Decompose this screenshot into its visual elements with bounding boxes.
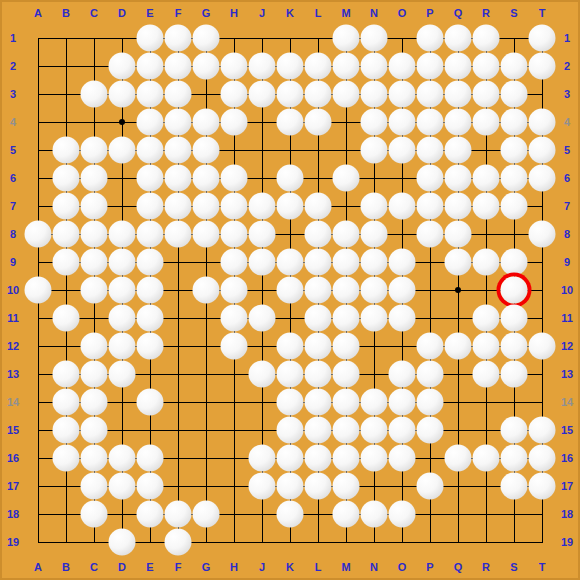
white-stone-B6[interactable] [53,165,80,192]
white-stone-L14[interactable] [305,389,332,416]
white-stone-M9[interactable] [333,249,360,276]
white-stone-O15[interactable] [389,417,416,444]
row-label-left-7: 7 [0,199,26,213]
col-label-bottom-P: P [417,560,443,574]
col-label-top-H: H [221,6,247,20]
row-label-right-13: 13 [554,367,580,381]
white-stone-K16[interactable] [277,445,304,472]
row-label-right-15: 15 [554,423,580,437]
white-stone-B9[interactable] [53,249,80,276]
row-label-right-19: 19 [554,535,580,549]
row-label-right-9: 9 [554,255,580,269]
white-stone-S5[interactable] [501,137,528,164]
white-stone-T12[interactable] [529,333,556,360]
white-stone-Q9[interactable] [445,249,472,276]
white-stone-S16[interactable] [501,445,528,472]
white-stone-E12[interactable] [137,333,164,360]
white-stone-J13[interactable] [249,361,276,388]
white-stone-C17[interactable] [81,473,108,500]
col-label-bottom-R: R [473,560,499,574]
white-stone-L10[interactable] [305,277,332,304]
white-stone-C9[interactable] [81,249,108,276]
white-stone-C14[interactable] [81,389,108,416]
white-stone-P8[interactable] [417,221,444,248]
white-stone-N14[interactable] [361,389,388,416]
go-board[interactable]: AABBCCDDEEFFGGHHJJKKLLMMNNOOPPQQRRSSTT11… [0,0,580,580]
white-stone-N10[interactable] [361,277,388,304]
white-stone-M2[interactable] [333,53,360,80]
white-stone-O5[interactable] [389,137,416,164]
col-label-top-A: A [25,6,51,20]
white-stone-M18[interactable] [333,501,360,528]
white-stone-H10[interactable] [221,277,248,304]
white-stone-G6[interactable] [193,165,220,192]
col-label-top-P: P [417,6,443,20]
white-stone-N5[interactable] [361,137,388,164]
white-stone-K15[interactable] [277,417,304,444]
white-stone-C3[interactable] [81,81,108,108]
white-stone-H6[interactable] [221,165,248,192]
white-stone-F18[interactable] [165,501,192,528]
white-stone-H12[interactable] [221,333,248,360]
white-stone-N1[interactable] [361,25,388,52]
white-stone-E10[interactable] [137,277,164,304]
row-label-left-6: 6 [0,171,26,185]
white-stone-K13[interactable] [277,361,304,388]
white-stone-L12[interactable] [305,333,332,360]
row-label-left-19: 19 [0,535,26,549]
white-stone-L7[interactable] [305,193,332,220]
white-stone-H9[interactable] [221,249,248,276]
row-label-left-13: 13 [0,367,26,381]
white-stone-E6[interactable] [137,165,164,192]
white-stone-C7[interactable] [81,193,108,220]
col-label-top-C: C [81,6,107,20]
white-stone-M8[interactable] [333,221,360,248]
white-stone-P2[interactable] [417,53,444,80]
white-stone-H8[interactable] [221,221,248,248]
white-stone-A8[interactable] [25,221,52,248]
row-label-right-14: 14 [554,395,580,409]
white-stone-M16[interactable] [333,445,360,472]
white-stone-H3[interactable] [221,81,248,108]
white-stone-K10[interactable] [277,277,304,304]
white-stone-G7[interactable] [193,193,220,220]
white-stone-L4[interactable] [305,109,332,136]
white-stone-B7[interactable] [53,193,80,220]
row-label-right-7: 7 [554,199,580,213]
white-stone-G10[interactable] [193,277,220,304]
white-stone-K6[interactable] [277,165,304,192]
row-label-right-8: 8 [554,227,580,241]
white-stone-N11[interactable] [361,305,388,332]
white-stone-L13[interactable] [305,361,332,388]
white-stone-E14[interactable] [137,389,164,416]
white-stone-M14[interactable] [333,389,360,416]
white-stone-R4[interactable] [473,109,500,136]
white-stone-K18[interactable] [277,501,304,528]
row-label-left-16: 16 [0,451,26,465]
white-stone-N3[interactable] [361,81,388,108]
white-stone-L11[interactable] [305,305,332,332]
row-label-right-1: 1 [554,31,580,45]
col-label-bottom-Q: Q [445,560,471,574]
white-stone-O13[interactable] [389,361,416,388]
white-stone-G18[interactable] [193,501,220,528]
col-label-top-M: M [333,6,359,20]
white-stone-Q12[interactable] [445,333,472,360]
white-stone-Q3[interactable] [445,81,472,108]
white-stone-R3[interactable] [473,81,500,108]
white-stone-R7[interactable] [473,193,500,220]
white-stone-F19[interactable] [165,529,192,556]
white-stone-S17[interactable] [501,473,528,500]
white-stone-B14[interactable] [53,389,80,416]
row-label-right-10: 10 [554,283,580,297]
row-label-left-3: 3 [0,87,26,101]
row-label-right-5: 5 [554,143,580,157]
white-stone-F5[interactable] [165,137,192,164]
white-stone-T6[interactable] [529,165,556,192]
white-stone-D11[interactable] [109,305,136,332]
white-stone-N16[interactable] [361,445,388,472]
col-label-top-L: L [305,6,331,20]
white-stone-Q4[interactable] [445,109,472,136]
star-point-Q10 [455,287,461,293]
white-stone-F6[interactable] [165,165,192,192]
row-label-left-11: 11 [0,311,26,325]
white-stone-M12[interactable] [333,333,360,360]
row-label-left-4: 4 [0,115,26,129]
col-label-bottom-A: A [25,560,51,574]
white-stone-J2[interactable] [249,53,276,80]
white-stone-D10[interactable] [109,277,136,304]
row-label-right-16: 16 [554,451,580,465]
col-label-bottom-T: T [529,560,555,574]
col-label-bottom-K: K [277,560,303,574]
white-stone-B5[interactable] [53,137,80,164]
col-label-bottom-B: B [53,560,79,574]
row-label-left-15: 15 [0,423,26,437]
white-stone-N7[interactable] [361,193,388,220]
white-stone-J3[interactable] [249,81,276,108]
white-stone-J11[interactable] [249,305,276,332]
white-stone-Q6[interactable] [445,165,472,192]
white-stone-K4[interactable] [277,109,304,136]
row-label-right-11: 11 [554,311,580,325]
white-stone-O7[interactable] [389,193,416,220]
row-label-left-5: 5 [0,143,26,157]
white-stone-O16[interactable] [389,445,416,472]
white-stone-K14[interactable] [277,389,304,416]
white-stone-P5[interactable] [417,137,444,164]
white-stone-N18[interactable] [361,501,388,528]
col-label-bottom-M: M [333,560,359,574]
white-stone-L8[interactable] [305,221,332,248]
col-label-top-O: O [389,6,415,20]
white-stone-C16[interactable] [81,445,108,472]
white-stone-E11[interactable] [137,305,164,332]
col-label-top-T: T [529,6,555,20]
white-stone-J8[interactable] [249,221,276,248]
white-stone-D13[interactable] [109,361,136,388]
col-label-bottom-L: L [305,560,331,574]
white-stone-H7[interactable] [221,193,248,220]
col-label-top-N: N [361,6,387,20]
white-stone-M3[interactable] [333,81,360,108]
white-stone-F1[interactable] [165,25,192,52]
white-stone-M6[interactable] [333,165,360,192]
white-stone-Q8[interactable] [445,221,472,248]
white-stone-F3[interactable] [165,81,192,108]
white-stone-G8[interactable] [193,221,220,248]
white-stone-S10-last-move[interactable] [501,277,528,304]
white-stone-S7[interactable] [501,193,528,220]
col-label-bottom-H: H [221,560,247,574]
white-stone-B13[interactable] [53,361,80,388]
row-label-left-10: 10 [0,283,26,297]
white-stone-S11[interactable] [501,305,528,332]
white-stone-B11[interactable] [53,305,80,332]
white-stone-F8[interactable] [165,221,192,248]
white-stone-G4[interactable] [193,109,220,136]
col-label-top-B: B [53,6,79,20]
white-stone-D8[interactable] [109,221,136,248]
white-stone-P15[interactable] [417,417,444,444]
white-stone-D16[interactable] [109,445,136,472]
white-stone-R12[interactable] [473,333,500,360]
white-stone-E5[interactable] [137,137,164,164]
white-stone-R1[interactable] [473,25,500,52]
row-label-left-8: 8 [0,227,26,241]
white-stone-J7[interactable] [249,193,276,220]
white-stone-H11[interactable] [221,305,248,332]
row-label-left-14: 14 [0,395,26,409]
white-stone-L2[interactable] [305,53,332,80]
col-label-bottom-C: C [81,560,107,574]
col-label-bottom-J: J [249,560,275,574]
white-stone-B15[interactable] [53,417,80,444]
white-stone-P17[interactable] [417,473,444,500]
white-stone-S15[interactable] [501,417,528,444]
white-stone-T8[interactable] [529,221,556,248]
row-label-left-18: 18 [0,507,26,521]
row-label-right-17: 17 [554,479,580,493]
white-stone-O4[interactable] [389,109,416,136]
white-stone-F4[interactable] [165,109,192,136]
white-stone-L15[interactable] [305,417,332,444]
white-stone-R13[interactable] [473,361,500,388]
white-stone-D3[interactable] [109,81,136,108]
white-stone-C6[interactable] [81,165,108,192]
white-stone-E16[interactable] [137,445,164,472]
white-stone-C15[interactable] [81,417,108,444]
white-stone-O11[interactable] [389,305,416,332]
white-stone-D19[interactable] [109,529,136,556]
col-label-top-E: E [137,6,163,20]
white-stone-P7[interactable] [417,193,444,220]
col-label-bottom-E: E [137,560,163,574]
white-stone-Q5[interactable] [445,137,472,164]
white-stone-C5[interactable] [81,137,108,164]
white-stone-E2[interactable] [137,53,164,80]
white-stone-N4[interactable] [361,109,388,136]
white-stone-C10[interactable] [81,277,108,304]
white-stone-M10[interactable] [333,277,360,304]
star-point-D4 [119,119,125,125]
row-label-right-4: 4 [554,115,580,129]
white-stone-P4[interactable] [417,109,444,136]
white-stone-H4[interactable] [221,109,248,136]
col-label-top-F: F [165,6,191,20]
white-stone-C8[interactable] [81,221,108,248]
white-stone-L9[interactable] [305,249,332,276]
white-stone-L3[interactable] [305,81,332,108]
white-stone-J9[interactable] [249,249,276,276]
white-stone-T1[interactable] [529,25,556,52]
white-stone-C13[interactable] [81,361,108,388]
white-stone-T4[interactable] [529,109,556,136]
col-label-bottom-F: F [165,560,191,574]
white-stone-M11[interactable] [333,305,360,332]
white-stone-M13[interactable] [333,361,360,388]
white-stone-O3[interactable] [389,81,416,108]
white-stone-E8[interactable] [137,221,164,248]
white-stone-E1[interactable] [137,25,164,52]
white-stone-E4[interactable] [137,109,164,136]
white-stone-D9[interactable] [109,249,136,276]
white-stone-K9[interactable] [277,249,304,276]
white-stone-O10[interactable] [389,277,416,304]
white-stone-B16[interactable] [53,445,80,472]
row-label-right-18: 18 [554,507,580,521]
white-stone-F7[interactable] [165,193,192,220]
white-stone-N9[interactable] [361,249,388,276]
col-label-top-G: G [193,6,219,20]
white-stone-R9[interactable] [473,249,500,276]
row-label-left-17: 17 [0,479,26,493]
col-label-top-J: J [249,6,275,20]
white-stone-K12[interactable] [277,333,304,360]
white-stone-S3[interactable] [501,81,528,108]
white-stone-P3[interactable] [417,81,444,108]
white-stone-P1[interactable] [417,25,444,52]
col-label-bottom-O: O [389,560,415,574]
col-label-top-S: S [501,6,527,20]
white-stone-O2[interactable] [389,53,416,80]
white-stone-T15[interactable] [529,417,556,444]
white-stone-K17[interactable] [277,473,304,500]
col-label-top-K: K [277,6,303,20]
white-stone-E18[interactable] [137,501,164,528]
col-label-top-R: R [473,6,499,20]
white-stone-C12[interactable] [81,333,108,360]
col-label-bottom-D: D [109,560,135,574]
white-stone-E9[interactable] [137,249,164,276]
white-stone-D12[interactable] [109,333,136,360]
col-label-bottom-N: N [361,560,387,574]
row-label-left-2: 2 [0,59,26,73]
col-label-bottom-G: G [193,560,219,574]
white-stone-Q7[interactable] [445,193,472,220]
white-stone-P14[interactable] [417,389,444,416]
white-stone-L16[interactable] [305,445,332,472]
white-stone-G1[interactable] [193,25,220,52]
col-label-top-Q: Q [445,6,471,20]
white-stone-R16[interactable] [473,445,500,472]
white-stone-J17[interactable] [249,473,276,500]
white-stone-R11[interactable] [473,305,500,332]
white-stone-J16[interactable] [249,445,276,472]
white-stone-T2[interactable] [529,53,556,80]
white-stone-K7[interactable] [277,193,304,220]
white-stone-C18[interactable] [81,501,108,528]
white-stone-E7[interactable] [137,193,164,220]
white-stone-S13[interactable] [501,361,528,388]
white-stone-R6[interactable] [473,165,500,192]
white-stone-G2[interactable] [193,53,220,80]
white-stone-T16[interactable] [529,445,556,472]
white-stone-T5[interactable] [529,137,556,164]
white-stone-S4[interactable] [501,109,528,136]
row-label-left-12: 12 [0,339,26,353]
row-label-left-9: 9 [0,255,26,269]
white-stone-E17[interactable] [137,473,164,500]
white-stone-Q16[interactable] [445,445,472,472]
white-stone-M15[interactable] [333,417,360,444]
white-stone-B8[interactable] [53,221,80,248]
white-stone-N15[interactable] [361,417,388,444]
white-stone-L17[interactable] [305,473,332,500]
white-stone-A10[interactable] [25,277,52,304]
row-label-right-12: 12 [554,339,580,353]
white-stone-D5[interactable] [109,137,136,164]
white-stone-H2[interactable] [221,53,248,80]
white-stone-F2[interactable] [165,53,192,80]
white-stone-S2[interactable] [501,53,528,80]
row-label-left-1: 1 [0,31,26,45]
white-stone-O18[interactable] [389,501,416,528]
white-stone-M1[interactable] [333,25,360,52]
white-stone-N2[interactable] [361,53,388,80]
white-stone-S9[interactable] [501,249,528,276]
white-stone-O14[interactable] [389,389,416,416]
white-stone-T17[interactable] [529,473,556,500]
white-stone-O9[interactable] [389,249,416,276]
row-label-right-6: 6 [554,171,580,185]
white-stone-Q2[interactable] [445,53,472,80]
white-stone-D17[interactable] [109,473,136,500]
white-stone-Q1[interactable] [445,25,472,52]
row-label-right-3: 3 [554,87,580,101]
white-stone-S12[interactable] [501,333,528,360]
white-stone-N8[interactable] [361,221,388,248]
white-stone-K3[interactable] [277,81,304,108]
white-stone-K2[interactable] [277,53,304,80]
col-label-top-D: D [109,6,135,20]
white-stone-P12[interactable] [417,333,444,360]
white-stone-G5[interactable] [193,137,220,164]
row-label-right-2: 2 [554,59,580,73]
white-stone-E3[interactable] [137,81,164,108]
col-label-bottom-S: S [501,560,527,574]
white-stone-P6[interactable] [417,165,444,192]
white-stone-R2[interactable] [473,53,500,80]
white-stone-D2[interactable] [109,53,136,80]
white-stone-M17[interactable] [333,473,360,500]
white-stone-P13[interactable] [417,361,444,388]
white-stone-S6[interactable] [501,165,528,192]
